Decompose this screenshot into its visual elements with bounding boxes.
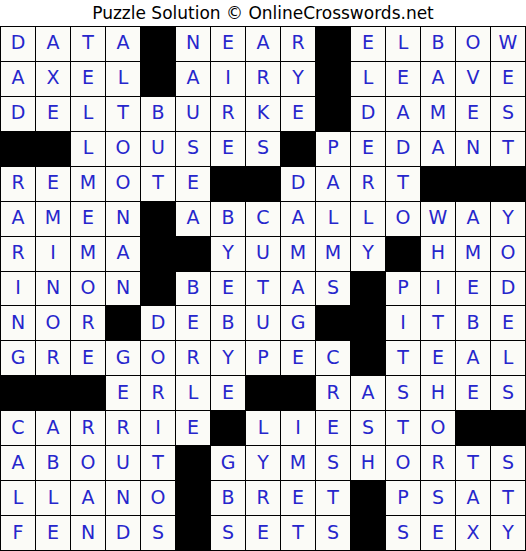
grid-cell: B [36,446,70,480]
grid-cell: R [351,167,385,201]
grid-cell: E [386,62,420,96]
grid-cell: X [36,62,70,96]
grid-cell: A [456,202,490,236]
black-cell [386,237,420,271]
grid-cell: S [176,132,210,166]
grid-cell: E [281,97,315,131]
grid-cell: N [176,27,210,61]
grid-cell: S [316,516,350,550]
grid-cell: N [36,272,70,306]
grid-cell: D [281,167,315,201]
black-cell [281,132,315,166]
grid-cell: T [491,481,525,515]
black-cell [281,376,315,410]
title-bar: Puzzle Solution © OnlineCrosswords.net [0,0,526,26]
grid-cell: E [456,97,490,131]
grid-cell: Y [491,202,525,236]
grid-cell: A [456,481,490,515]
black-cell [36,132,70,166]
black-cell [211,411,245,445]
grid-cell: U [141,132,175,166]
grid-cell: D [106,516,140,550]
grid-cell: M [36,202,70,236]
grid-cell: O [386,202,420,236]
grid-cell: F [1,516,35,550]
grid-cell: Y [211,341,245,375]
grid-cell: T [141,446,175,480]
black-cell [456,411,490,445]
black-cell [421,167,455,201]
grid-cell: P [316,132,350,166]
grid-cell: R [71,306,105,340]
black-cell [176,516,210,550]
black-cell [141,62,175,96]
grid-cell: A [176,62,210,96]
grid-cell: A [1,446,35,480]
page-title: Puzzle Solution © OnlineCrosswords.net [92,3,434,23]
grid-cell: E [456,272,490,306]
grid-cell: W [421,202,455,236]
black-cell [246,167,280,201]
grid-cell: N [106,481,140,515]
grid-cell: E [71,62,105,96]
grid-cell: L [71,97,105,131]
crossword-grid: DATANEARELBOWAXELAIRYLEAVEDELTBURKEDAMES… [0,26,526,551]
black-cell [141,237,175,271]
grid-cell: U [106,446,140,480]
grid-cell: G [106,341,140,375]
grid-cell: S [351,411,385,445]
grid-cell: O [106,132,140,166]
grid-cell: E [421,341,455,375]
grid-cell: L [71,132,105,166]
grid-cell: T [71,27,105,61]
grid-cell: D [386,132,420,166]
grid-cell: B [176,272,210,306]
grid-cell: E [176,411,210,445]
grid-cell: H [421,237,455,271]
grid-cell: R [281,27,315,61]
grid-cell: T [456,446,490,480]
black-cell [316,97,350,131]
grid-cell: T [246,272,280,306]
grid-cell: R [36,341,70,375]
grid-cell: T [141,167,175,201]
grid-cell: R [71,411,105,445]
grid-cell: B [456,306,490,340]
grid-cell: L [386,27,420,61]
grid-cell: K [246,97,280,131]
grid-cell: D [351,97,385,131]
grid-cell: U [176,97,210,131]
grid-cell: E [421,516,455,550]
grid-cell: N [106,202,140,236]
grid-cell: M [421,97,455,131]
grid-cell: S [386,376,420,410]
grid-cell: D [1,97,35,131]
grid-cell: A [1,62,35,96]
grid-cell: E [456,376,490,410]
grid-cell: S [211,516,245,550]
black-cell [176,446,210,480]
grid-cell: E [71,341,105,375]
grid-cell: D [1,27,35,61]
grid-cell: G [1,341,35,375]
grid-cell: U [246,237,280,271]
grid-cell: R [421,446,455,480]
grid-cell: Y [246,446,280,480]
grid-cell: E [211,376,245,410]
grid-cell: O [456,27,490,61]
grid-cell: C [316,341,350,375]
grid-cell: L [316,202,350,236]
grid-cell: E [176,306,210,340]
grid-cell: E [36,97,70,131]
grid-cell: P [246,341,280,375]
grid-cell: N [1,306,35,340]
grid-cell: B [421,27,455,61]
grid-cell: E [316,411,350,445]
black-cell [456,167,490,201]
grid-cell: M [316,237,350,271]
black-cell [316,306,350,340]
grid-cell: R [1,237,35,271]
grid-cell: X [456,516,490,550]
grid-cell: S [421,481,455,515]
grid-cell: T [386,167,420,201]
grid-cell: B [211,202,245,236]
grid-cell: W [491,27,525,61]
grid-cell: T [106,97,140,131]
grid-cell: T [421,306,455,340]
grid-cell: I [386,306,420,340]
grid-cell: O [36,306,70,340]
black-cell [351,516,385,550]
grid-cell: L [36,481,70,515]
black-cell [1,376,35,410]
grid-cell: A [246,27,280,61]
grid-cell: I [281,411,315,445]
grid-cell: I [211,62,245,96]
grid-cell: I [1,272,35,306]
grid-cell: A [421,132,455,166]
black-cell [176,481,210,515]
grid-cell: A [281,202,315,236]
grid-cell: M [71,167,105,201]
grid-cell: R [141,376,175,410]
grid-cell: Y [491,516,525,550]
grid-cell: T [281,516,315,550]
grid-cell: A [1,202,35,236]
black-cell [211,167,245,201]
grid-cell: B [211,481,245,515]
grid-cell: L [351,202,385,236]
grid-cell: R [246,481,280,515]
grid-cell: T [386,411,420,445]
grid-cell: N [456,132,490,166]
grid-cell: S [246,132,280,166]
grid-cell: A [71,481,105,515]
grid-cell: E [246,516,280,550]
grid-cell: P [386,481,420,515]
grid-cell: O [141,481,175,515]
grid-cell: I [421,272,455,306]
grid-cell: S [491,376,525,410]
black-cell [491,411,525,445]
grid-cell: T [491,132,525,166]
grid-cell: E [211,132,245,166]
grid-cell: T [386,341,420,375]
grid-cell: A [281,272,315,306]
grid-cell: O [71,272,105,306]
grid-cell: I [141,411,175,445]
black-cell [491,167,525,201]
black-cell [246,376,280,410]
grid-cell: L [246,411,280,445]
grid-cell: C [246,202,280,236]
grid-cell: R [106,411,140,445]
grid-cell: E [211,27,245,61]
grid-cell: H [421,376,455,410]
grid-cell: A [106,27,140,61]
grid-cell: E [491,62,525,96]
black-cell [106,306,140,340]
black-cell [1,132,35,166]
grid-cell: D [141,306,175,340]
grid-cell: N [71,516,105,550]
black-cell [141,27,175,61]
grid-cell: E [281,481,315,515]
grid-cell: S [386,516,420,550]
grid-cell: Y [281,62,315,96]
grid-cell: L [351,62,385,96]
grid-cell: N [106,272,140,306]
grid-cell: R [316,376,350,410]
grid-cell: B [211,306,245,340]
grid-cell: O [491,237,525,271]
black-cell [316,62,350,96]
black-cell [351,272,385,306]
grid-cell: E [211,272,245,306]
grid-cell: O [141,341,175,375]
grid-cell: A [421,62,455,96]
grid-cell: M [71,237,105,271]
grid-cell: A [36,411,70,445]
grid-cell: E [36,167,70,201]
grid-cell: M [456,237,490,271]
grid-cell: M [281,237,315,271]
grid-cell: S [316,446,350,480]
grid-cell: E [491,306,525,340]
black-cell [176,237,210,271]
puzzle-solution-page: Puzzle Solution © OnlineCrosswords.net D… [0,0,526,551]
grid-cell: B [141,97,175,131]
black-cell [141,272,175,306]
grid-cell: E [351,27,385,61]
black-cell [351,306,385,340]
grid-cell: Y [211,237,245,271]
grid-cell: E [106,376,140,410]
grid-cell: T [316,481,350,515]
grid-cell: A [316,167,350,201]
grid-cell: L [1,481,35,515]
grid-cell: E [351,132,385,166]
black-cell [351,481,385,515]
grid-cell: R [176,341,210,375]
grid-cell: L [106,62,140,96]
grid-cell: G [211,446,245,480]
grid-cell: S [141,516,175,550]
black-cell [351,341,385,375]
grid-cell: D [491,272,525,306]
grid-cell: H [351,446,385,480]
grid-cell: V [456,62,490,96]
black-cell [71,376,105,410]
grid-cell: U [246,306,280,340]
grid-cell: A [176,202,210,236]
grid-cell: S [316,272,350,306]
black-cell [316,27,350,61]
grid-cell: O [71,446,105,480]
grid-cell: L [491,341,525,375]
grid-cell: E [36,516,70,550]
grid-cell: A [36,27,70,61]
grid-cell: E [176,167,210,201]
grid-cell: L [176,376,210,410]
grid-cell: P [386,272,420,306]
grid-cell: Y [351,237,385,271]
grid-cell: A [351,376,385,410]
grid-cell: R [1,167,35,201]
grid-cell: A [456,341,490,375]
black-cell [141,202,175,236]
grid-cell: S [491,446,525,480]
grid-cell: E [71,202,105,236]
grid-cell: O [421,411,455,445]
grid-cell: G [281,306,315,340]
grid-cell: C [1,411,35,445]
grid-cell: A [386,97,420,131]
grid-cell: R [246,62,280,96]
grid-cell: I [36,237,70,271]
grid-cell: R [211,97,245,131]
grid-cell: M [281,446,315,480]
grid-cell: E [281,341,315,375]
grid-cell: O [386,446,420,480]
grid-cell: O [106,167,140,201]
grid-cell: A [106,237,140,271]
black-cell [36,376,70,410]
grid-cell: S [491,97,525,131]
